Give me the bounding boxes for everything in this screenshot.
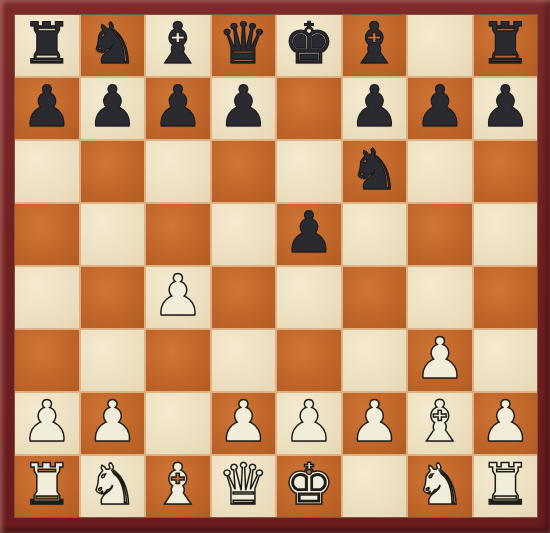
square-b5[interactable] — [81, 204, 145, 265]
square-g4[interactable] — [408, 267, 472, 328]
piece-black-pawn: ♟ — [480, 78, 531, 135]
square-a5[interactable] — [15, 204, 79, 265]
square-c3[interactable] — [146, 330, 210, 391]
square-e6[interactable] — [277, 141, 341, 202]
square-f8[interactable]: ♝ — [343, 15, 407, 76]
square-d7[interactable]: ♟ — [212, 78, 276, 139]
square-d8[interactable]: ♛ — [212, 15, 276, 76]
square-d2[interactable]: ♟ — [212, 393, 276, 454]
piece-white-pawn: ♟ — [349, 393, 400, 450]
square-h1[interactable]: ♜ — [474, 456, 538, 517]
piece-white-king: ♚ — [283, 456, 334, 513]
square-d3[interactable] — [212, 330, 276, 391]
square-a1[interactable]: ♜ — [15, 456, 79, 517]
piece-black-pawn: ♟ — [21, 78, 72, 135]
square-h8[interactable]: ♜ — [474, 15, 538, 76]
square-a3[interactable] — [15, 330, 79, 391]
square-h7[interactable]: ♟ — [474, 78, 538, 139]
piece-black-pawn: ♟ — [349, 78, 400, 135]
piece-white-pawn: ♟ — [414, 330, 465, 387]
piece-white-bishop: ♝ — [414, 393, 465, 450]
square-g1[interactable]: ♞ — [408, 456, 472, 517]
square-g3[interactable]: ♟ — [408, 330, 472, 391]
piece-white-queen: ♛ — [218, 456, 269, 513]
square-g7[interactable]: ♟ — [408, 78, 472, 139]
piece-black-pawn: ♟ — [283, 204, 334, 261]
piece-black-knight: ♞ — [87, 15, 138, 72]
square-h5[interactable] — [474, 204, 538, 265]
square-b8[interactable]: ♞ — [81, 15, 145, 76]
square-f2[interactable]: ♟ — [343, 393, 407, 454]
square-d5[interactable] — [212, 204, 276, 265]
piece-black-rook: ♜ — [21, 15, 72, 72]
square-b4[interactable] — [81, 267, 145, 328]
square-b2[interactable]: ♟ — [81, 393, 145, 454]
piece-black-pawn: ♟ — [152, 78, 203, 135]
square-h6[interactable] — [474, 141, 538, 202]
piece-black-queen: ♛ — [218, 15, 269, 72]
piece-black-rook: ♜ — [480, 15, 531, 72]
piece-black-bishop: ♝ — [349, 15, 400, 72]
piece-white-pawn: ♟ — [283, 393, 334, 450]
board-frame: ♜♞♝♛♚♝♜♟♟♟♟♟♟♟♞♟♟♟♟♟♟♟♟♝♟♜♞♝♛♚♞♜ — [0, 0, 550, 533]
piece-white-pawn: ♟ — [218, 393, 269, 450]
square-c6[interactable] — [146, 141, 210, 202]
square-h2[interactable]: ♟ — [474, 393, 538, 454]
piece-white-pawn: ♟ — [152, 267, 203, 324]
square-e7[interactable] — [277, 78, 341, 139]
piece-black-pawn: ♟ — [218, 78, 269, 135]
square-g5[interactable] — [408, 204, 472, 265]
square-e4[interactable] — [277, 267, 341, 328]
square-a6[interactable] — [15, 141, 79, 202]
square-e2[interactable]: ♟ — [277, 393, 341, 454]
square-c1[interactable]: ♝ — [146, 456, 210, 517]
square-c8[interactable]: ♝ — [146, 15, 210, 76]
square-a7[interactable]: ♟ — [15, 78, 79, 139]
square-f6[interactable]: ♞ — [343, 141, 407, 202]
piece-white-rook: ♜ — [21, 456, 72, 513]
square-d4[interactable] — [212, 267, 276, 328]
square-f1[interactable] — [343, 456, 407, 517]
piece-white-bishop: ♝ — [152, 456, 203, 513]
square-f5[interactable] — [343, 204, 407, 265]
square-f7[interactable]: ♟ — [343, 78, 407, 139]
square-b3[interactable] — [81, 330, 145, 391]
square-b1[interactable]: ♞ — [81, 456, 145, 517]
square-b6[interactable] — [81, 141, 145, 202]
square-d1[interactable]: ♛ — [212, 456, 276, 517]
square-e3[interactable] — [277, 330, 341, 391]
square-a8[interactable]: ♜ — [15, 15, 79, 76]
piece-black-pawn: ♟ — [87, 78, 138, 135]
piece-white-knight: ♞ — [414, 456, 465, 513]
square-g2[interactable]: ♝ — [408, 393, 472, 454]
square-a2[interactable]: ♟ — [15, 393, 79, 454]
square-e5[interactable]: ♟ — [277, 204, 341, 265]
piece-black-knight: ♞ — [349, 141, 400, 198]
piece-white-pawn: ♟ — [480, 393, 531, 450]
square-b7[interactable]: ♟ — [81, 78, 145, 139]
piece-black-king: ♚ — [283, 15, 334, 72]
square-a4[interactable] — [15, 267, 79, 328]
square-e8[interactable]: ♚ — [277, 15, 341, 76]
square-c4[interactable]: ♟ — [146, 267, 210, 328]
chess-board: ♜♞♝♛♚♝♜♟♟♟♟♟♟♟♞♟♟♟♟♟♟♟♟♝♟♜♞♝♛♚♞♜ — [14, 14, 538, 518]
piece-black-bishop: ♝ — [152, 15, 203, 72]
square-c2[interactable] — [146, 393, 210, 454]
square-h4[interactable] — [474, 267, 538, 328]
square-h3[interactable] — [474, 330, 538, 391]
square-f4[interactable] — [343, 267, 407, 328]
piece-black-pawn: ♟ — [414, 78, 465, 135]
piece-white-rook: ♜ — [480, 456, 531, 513]
piece-white-pawn: ♟ — [21, 393, 72, 450]
square-d6[interactable] — [212, 141, 276, 202]
square-c7[interactable]: ♟ — [146, 78, 210, 139]
piece-white-pawn: ♟ — [87, 393, 138, 450]
square-g8[interactable] — [408, 15, 472, 76]
square-c5[interactable] — [146, 204, 210, 265]
square-f3[interactable] — [343, 330, 407, 391]
square-e1[interactable]: ♚ — [277, 456, 341, 517]
piece-white-knight: ♞ — [87, 456, 138, 513]
square-g6[interactable] — [408, 141, 472, 202]
